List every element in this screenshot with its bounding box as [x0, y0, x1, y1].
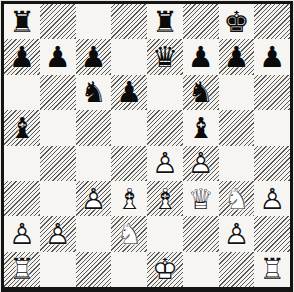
- piece-black-knight: ♞: [76, 75, 110, 109]
- piece-white-pawn: ♟♙: [219, 217, 253, 251]
- square-c3[interactable]: ♟♙: [76, 181, 112, 216]
- piece-white-pawn: ♟♙: [184, 146, 218, 180]
- square-c6[interactable]: ♞: [76, 75, 112, 110]
- square-g7[interactable]: ♟: [219, 39, 255, 74]
- square-g2[interactable]: ♟♙: [219, 216, 255, 251]
- square-e7[interactable]: ♛: [147, 39, 183, 74]
- square-a6[interactable]: [4, 75, 40, 110]
- piece-black-pawn: ♟: [219, 40, 253, 74]
- piece-white-knight: ♞♘: [219, 182, 253, 216]
- piece-white-pawn: ♟♙: [255, 182, 289, 216]
- square-f8[interactable]: [183, 4, 219, 39]
- piece-white-pawn: ♟♙: [5, 217, 39, 251]
- square-d1[interactable]: [111, 252, 147, 287]
- piece-white-king: ♚♔: [148, 252, 182, 286]
- piece-white-pawn: ♟♙: [148, 146, 182, 180]
- square-e4[interactable]: ♟♙: [147, 146, 183, 181]
- square-a8[interactable]: ♜: [4, 4, 40, 39]
- square-f6[interactable]: ♞: [183, 75, 219, 110]
- square-c5[interactable]: [76, 110, 112, 145]
- piece-white-pawn: ♟♙: [41, 217, 75, 251]
- square-e2[interactable]: [147, 216, 183, 251]
- piece-black-knight: ♞: [184, 75, 218, 109]
- piece-white-bishop: ♝♗: [112, 182, 146, 216]
- square-c1[interactable]: [76, 252, 112, 287]
- piece-black-rook: ♜: [148, 5, 182, 39]
- square-b5[interactable]: [40, 110, 76, 145]
- square-g5[interactable]: [219, 110, 255, 145]
- square-e1[interactable]: ♚♔: [147, 252, 183, 287]
- square-d8[interactable]: [111, 4, 147, 39]
- piece-white-bishop: ♝♗: [148, 182, 182, 216]
- square-a4[interactable]: [4, 146, 40, 181]
- page: ♜♜♚♟♟♟♛♟♟♟♞♟♞♝♝♟♙♟♙♟♙♝♗♝♗♛♕♞♘♟♙♟♙♟♙♞♘♟♙♜…: [0, 0, 294, 292]
- piece-black-pawn: ♟: [76, 40, 110, 74]
- square-c7[interactable]: ♟: [76, 39, 112, 74]
- square-b1[interactable]: [40, 252, 76, 287]
- square-f7[interactable]: ♟: [183, 39, 219, 74]
- piece-white-pawn: ♟♙: [76, 182, 110, 216]
- piece-black-queen: ♛: [148, 40, 182, 74]
- square-b2[interactable]: ♟♙: [40, 216, 76, 251]
- square-d3[interactable]: ♝♗: [111, 181, 147, 216]
- square-b8[interactable]: [40, 4, 76, 39]
- square-a7[interactable]: ♟: [4, 39, 40, 74]
- square-d4[interactable]: [111, 146, 147, 181]
- piece-white-rook: ♜♖: [5, 252, 39, 286]
- piece-black-pawn: ♟: [5, 40, 39, 74]
- square-e3[interactable]: ♝♗: [147, 181, 183, 216]
- square-c4[interactable]: [76, 146, 112, 181]
- square-c2[interactable]: [76, 216, 112, 251]
- square-c8[interactable]: [76, 4, 112, 39]
- square-d7[interactable]: [111, 39, 147, 74]
- square-d5[interactable]: [111, 110, 147, 145]
- square-a2[interactable]: ♟♙: [4, 216, 40, 251]
- square-f4[interactable]: ♟♙: [183, 146, 219, 181]
- square-e6[interactable]: [147, 75, 183, 110]
- square-b6[interactable]: [40, 75, 76, 110]
- square-g3[interactable]: ♞♘: [219, 181, 255, 216]
- square-h8[interactable]: [254, 4, 290, 39]
- chess-board: ♜♜♚♟♟♟♛♟♟♟♞♟♞♝♝♟♙♟♙♟♙♝♗♝♗♛♕♞♘♟♙♟♙♟♙♞♘♟♙♜…: [4, 4, 290, 287]
- piece-white-queen: ♛♕: [184, 182, 218, 216]
- square-d2[interactable]: ♞♘: [111, 216, 147, 251]
- square-d6[interactable]: ♟: [111, 75, 147, 110]
- piece-black-pawn: ♟: [112, 75, 146, 109]
- piece-black-rook: ♜: [5, 5, 39, 39]
- square-a5[interactable]: ♝: [4, 110, 40, 145]
- board-frame: ♜♜♚♟♟♟♛♟♟♟♞♟♞♝♝♟♙♟♙♟♙♝♗♝♗♛♕♞♘♟♙♟♙♟♙♞♘♟♙♜…: [1, 1, 293, 292]
- square-e5[interactable]: [147, 110, 183, 145]
- square-f5[interactable]: ♝: [183, 110, 219, 145]
- square-b3[interactable]: [40, 181, 76, 216]
- piece-black-bishop: ♝: [184, 111, 218, 145]
- square-a1[interactable]: ♜♖: [4, 252, 40, 287]
- square-h2[interactable]: [254, 216, 290, 251]
- piece-white-knight: ♞♘: [112, 217, 146, 251]
- square-b4[interactable]: [40, 146, 76, 181]
- piece-black-pawn: ♟: [41, 40, 75, 74]
- square-a3[interactable]: [4, 181, 40, 216]
- square-f2[interactable]: [183, 216, 219, 251]
- square-f1[interactable]: [183, 252, 219, 287]
- square-e8[interactable]: ♜: [147, 4, 183, 39]
- square-h3[interactable]: ♟♙: [254, 181, 290, 216]
- square-g6[interactable]: [219, 75, 255, 110]
- piece-black-king: ♚: [219, 5, 253, 39]
- square-b7[interactable]: ♟: [40, 39, 76, 74]
- piece-black-pawn: ♟: [184, 40, 218, 74]
- square-h7[interactable]: ♟: [254, 39, 290, 74]
- square-h6[interactable]: [254, 75, 290, 110]
- square-g4[interactable]: [219, 146, 255, 181]
- piece-black-pawn: ♟: [255, 40, 289, 74]
- square-h5[interactable]: [254, 110, 290, 145]
- piece-white-rook: ♜♖: [255, 252, 289, 286]
- square-h1[interactable]: ♜♖: [254, 252, 290, 287]
- square-g8[interactable]: ♚: [219, 4, 255, 39]
- square-g1[interactable]: [219, 252, 255, 287]
- square-f3[interactable]: ♛♕: [183, 181, 219, 216]
- square-h4[interactable]: [254, 146, 290, 181]
- piece-black-bishop: ♝: [5, 111, 39, 145]
